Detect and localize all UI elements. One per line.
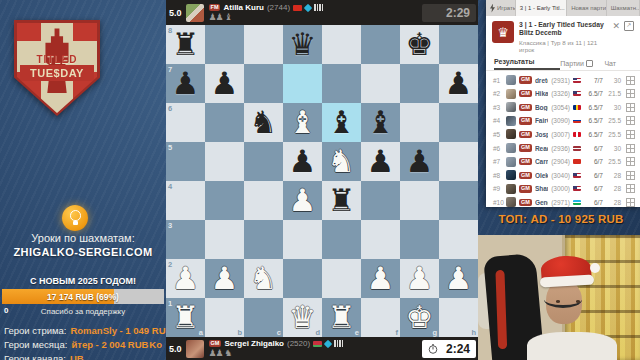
top-player-name[interactable]: Atilla Kuru: [223, 4, 263, 12]
rank-label-3: 3: [168, 222, 172, 230]
square-d5[interactable]: ♟: [283, 142, 322, 181]
heroes-month-label: Герои месяца:: [4, 339, 67, 350]
chess-board[interactable]: 8♜♛♚7♟♟♟6♞♝♝♝5♟♞♟♟4♟♜32♟♟♞♟♟♟1a♜bcd♛e♜fg…: [166, 25, 478, 337]
heroes-month-value: йтер - 2 004 RUB: [71, 339, 148, 350]
bottom-player-captured-pieces: ♟♟ ♞: [209, 349, 344, 358]
player-rating: (2931): [551, 77, 570, 84]
event-subtitle: Классика | Тур 8 из 11 | 121 игрок: [519, 39, 607, 53]
player-tiebreak: 28: [606, 185, 621, 192]
square-a6[interactable]: 6: [166, 103, 205, 142]
tournament-crown-icon: ♛: [492, 21, 514, 43]
player-avatar: [506, 102, 516, 112]
black-knight-c6[interactable]: ♞: [250, 107, 278, 138]
standings-rank: #1: [493, 77, 503, 84]
player-username[interactable]: Carnivoras: [535, 158, 548, 165]
square-a4[interactable]: 4: [166, 181, 205, 220]
watch-game-icon[interactable]: [626, 144, 635, 153]
square-h5[interactable]: [439, 142, 478, 181]
black-king-g8[interactable]: ♚: [406, 29, 434, 60]
watch-game-icon[interactable]: [626, 130, 635, 139]
square-e8[interactable]: [322, 25, 361, 64]
square-f2[interactable]: ♟: [361, 259, 400, 298]
square-h8[interactable]: [439, 25, 478, 64]
tab-results[interactable]: Результаты: [494, 58, 560, 70]
heroes-month-extra: Ko: [149, 339, 162, 350]
square-g1[interactable]: g♚: [400, 298, 439, 337]
standings-row-Jospem[interactable]: #5GMJospem(3007)6.5/725.5: [486, 128, 640, 142]
player-rating: (2904): [551, 158, 570, 165]
heroes-stream-value: RomanSly - 1 049 RUB: [70, 325, 172, 336]
square-e2[interactable]: [322, 259, 361, 298]
white-pawn-a2[interactable]: ♟: [172, 263, 200, 294]
square-b4[interactable]: [205, 181, 244, 220]
player-score: 6.5/7: [587, 131, 603, 138]
square-g5[interactable]: ♟: [400, 142, 439, 181]
tab-event-active[interactable]: 3 | 1 - Early Titl...×: [516, 0, 567, 16]
player-avatar: [506, 89, 516, 99]
player-avatar: [506, 129, 516, 139]
player-username[interactable]: Oleksandr_Bortnyk: [535, 172, 548, 179]
standings-row-Carnivoras[interactable]: #7GMCarnivoras(2904)6/725.5: [486, 155, 640, 169]
event-tabs: Результаты Партии Чат: [486, 56, 640, 71]
standings-row-Hikaru[interactable]: #2GMHikaru(3326)6.5/721.5: [486, 87, 640, 101]
watch-game-icon[interactable]: [626, 198, 635, 207]
goal-thanks-text: Спасибо за поддержку: [0, 307, 166, 316]
tournament-sidebar-panel: Играть 3 | 1 - Early Titl...× Новая парт…: [486, 0, 640, 207]
square-a5[interactable]: 5: [166, 142, 205, 181]
top-player-rating: (2744): [267, 4, 290, 12]
player-avatar: [506, 170, 516, 180]
streak-bars-icon: [314, 4, 323, 11]
square-f6[interactable]: ♝: [361, 103, 400, 142]
standings-rank: #9: [493, 185, 503, 192]
bottom-player-bar: 5.0 GM Sergei Zhigalko (2520) ♟♟ ♞ 2:24: [166, 337, 478, 360]
square-g2[interactable]: ♟: [400, 259, 439, 298]
black-rook-e4[interactable]: ♜: [328, 185, 356, 216]
player-score: 6/7: [587, 158, 603, 165]
rank-label-8: 8: [168, 27, 172, 35]
player-flag-icon: [573, 132, 581, 137]
white-knight-e5[interactable]: ♞: [328, 146, 356, 177]
square-d3[interactable]: [283, 220, 322, 259]
square-f5[interactable]: ♟: [361, 142, 400, 181]
top-player-score: 5.0: [169, 8, 182, 18]
file-label-g: g: [432, 329, 437, 337]
standings-rank: #4: [493, 117, 503, 124]
player-tiebreak: 28: [606, 199, 621, 206]
rank-label-2: 2: [168, 261, 172, 269]
standings-rank: #8: [493, 172, 503, 179]
heroes-stream-line: Герои стрима:RomanSly - 1 049 RUB: [4, 325, 176, 336]
black-pawn-b7[interactable]: ♟: [211, 68, 239, 99]
player-score: 6/7: [587, 199, 603, 206]
square-b3[interactable]: [205, 220, 244, 259]
square-c3[interactable]: [244, 220, 283, 259]
black-bishop-e6[interactable]: ♝: [328, 107, 356, 138]
logo-text-titled: TITLED: [17, 54, 97, 65]
square-f4[interactable]: [361, 181, 400, 220]
coin-lamp-icon: [62, 205, 88, 231]
white-pawn-h2[interactable]: ♟: [445, 263, 473, 294]
square-f8[interactable]: [361, 25, 400, 64]
gm-title-badge: GM: [519, 144, 532, 152]
heroes-channel-line: Герои канала:UB: [4, 353, 176, 360]
square-g8[interactable]: ♚: [400, 25, 439, 64]
player-rating: (3326): [551, 90, 570, 97]
player-tiebreak: 30: [606, 77, 621, 84]
player-avatar: [506, 75, 516, 85]
player-rating: (2971): [551, 199, 570, 206]
lessons-site-url: ZHIGALKO-SERGEI.COM: [0, 246, 166, 258]
player-tiebreak: 30: [606, 145, 621, 152]
titled-tuesday-logo: TITLED TUE$DAY: [14, 20, 100, 116]
rank-label-6: 6: [168, 105, 172, 113]
diamond-membership-icon: [304, 3, 312, 11]
white-bishop-d6[interactable]: ♝: [289, 107, 317, 138]
tab-chat[interactable]: Чат: [604, 60, 616, 70]
black-pawn-d5[interactable]: ♟: [289, 146, 317, 177]
square-e7[interactable]: [322, 64, 361, 103]
standings-row-Shankland[interactable]: #9GMShankland(3000)6/728: [486, 182, 640, 196]
heroes-month-line: Герои месяца:йтер - 2 004 RUBKo: [4, 339, 176, 350]
square-f3[interactable]: [361, 220, 400, 259]
white-king-g1[interactable]: ♚: [406, 302, 434, 333]
external-link-icon: [586, 60, 593, 67]
player-flag-icon: [573, 173, 581, 178]
top-player-avatar[interactable]: [186, 4, 204, 22]
standings-rank: #3: [493, 104, 503, 111]
player-flag-icon: [573, 78, 581, 83]
square-d2[interactable]: [283, 259, 322, 298]
player-score: 6.5/7: [587, 104, 603, 111]
top-player-bar: 5.0 FM Atilla Kuru (2744) ♟♟ ♝ 2:29: [166, 0, 478, 25]
santa-hat-pom: [590, 263, 600, 273]
black-pawn-h7[interactable]: ♟: [445, 68, 473, 99]
square-b1[interactable]: b: [205, 298, 244, 337]
player-username[interactable]: BogdanDeac: [535, 104, 548, 111]
square-d6[interactable]: ♝: [283, 103, 322, 142]
donation-progress-text: 17 174 RUB (69%): [2, 289, 164, 304]
player-flag-icon: [573, 186, 581, 191]
player-tiebreak: 30: [606, 104, 621, 111]
player-avatar: [506, 143, 516, 153]
player-score: 6/7: [587, 172, 603, 179]
bottom-player-score: 5.0: [169, 344, 182, 354]
tab-chess-more[interactable]: Шахматн...: [607, 0, 640, 16]
watch-game-icon[interactable]: [626, 171, 635, 180]
square-c7[interactable]: [244, 64, 283, 103]
player-avatar: [506, 184, 516, 194]
top-donor-banner: ТОП: AD - 10 925 RUB: [482, 213, 640, 225]
heroes-channel-label: Герои канала:: [4, 353, 66, 360]
bottom-player-rating: (2520): [287, 340, 310, 348]
tab-games[interactable]: Партии: [560, 60, 604, 70]
sidebar-tab-strip: Играть 3 | 1 - Early Titl...× Новая парт…: [486, 0, 640, 16]
black-queen-d8[interactable]: ♛: [289, 29, 317, 60]
donation-goal-title: С НОВЫМ 2025 ГОДОМ!: [0, 276, 166, 286]
player-rating: (3040): [551, 172, 570, 179]
player-tiebreak: 28: [606, 172, 621, 179]
bottom-player-title-badge: GM: [209, 340, 222, 348]
square-b7[interactable]: ♟: [205, 64, 244, 103]
watch-game-icon[interactable]: [626, 103, 635, 112]
rank-label-7: 7: [168, 66, 172, 74]
player-username[interactable]: Hikaru: [535, 90, 548, 97]
black-pawn-a7[interactable]: ♟: [172, 68, 200, 99]
square-e6[interactable]: ♝: [322, 103, 361, 142]
bottom-player-clock-active: 2:24: [422, 340, 476, 358]
player-avatar: [506, 157, 516, 167]
gm-title-badge: GM: [519, 172, 532, 180]
square-h4[interactable]: [439, 181, 478, 220]
diamond-membership-icon: [324, 339, 332, 347]
belarus-flag-icon: [313, 341, 322, 347]
logo-text-tuesday: TUE$DAY: [17, 67, 97, 79]
top-player-captured-pieces: ♟♟ ♝: [209, 13, 324, 22]
square-g7[interactable]: [400, 64, 439, 103]
file-label-f: f: [396, 329, 399, 337]
standings-row-FairChess_on_YouTube[interactable]: #4GMFairChess_on_YouTube(3090)6.5/725.5: [486, 114, 640, 128]
heroes-channel-value: UB: [70, 353, 84, 360]
standings-rank: #2: [493, 90, 503, 97]
gm-title-badge: GM: [519, 185, 532, 193]
square-f7[interactable]: [361, 64, 400, 103]
square-a1[interactable]: 1a♜: [166, 298, 205, 337]
watch-game-icon[interactable]: [626, 157, 635, 166]
player-score: 7/7: [587, 77, 603, 84]
standings-row-BogdanDeac[interactable]: #3GMBogdanDeac(3054)6.5/730: [486, 101, 640, 115]
square-d8[interactable]: ♛: [283, 25, 322, 64]
player-tiebreak: 25.5: [606, 158, 621, 165]
standings-rank: #5: [493, 131, 503, 138]
bottom-player-name[interactable]: Sergei Zhigalko: [224, 340, 284, 348]
file-label-a: a: [199, 329, 203, 337]
player-rating: (3090): [551, 117, 570, 124]
webcam-feed: [478, 235, 640, 360]
player-username[interactable]: Shankland: [535, 185, 548, 192]
tab-games-label: Партии: [560, 60, 584, 67]
player-tiebreak: 25.5: [606, 117, 621, 124]
turkey-flag-icon: [293, 5, 302, 11]
streak-bars-icon: [334, 340, 343, 347]
square-a7[interactable]: 7♟: [166, 64, 205, 103]
player-score: 6/7: [587, 185, 603, 192]
watch-game-icon[interactable]: [626, 116, 635, 125]
player-flag-icon: [573, 91, 581, 96]
square-b2[interactable]: ♟: [205, 259, 244, 298]
player-rating: (3000): [551, 185, 570, 192]
square-e4[interactable]: ♜: [322, 181, 361, 220]
gm-title-badge: GM: [519, 90, 532, 98]
black-rook-a8[interactable]: ♜: [172, 29, 200, 60]
player-score: 6/7: [587, 145, 603, 152]
standings-row-ReadySkate[interactable]: #6GMReadySkate(2936)6/730: [486, 141, 640, 155]
file-label-c: c: [277, 329, 281, 337]
lightning-icon: [490, 4, 495, 13]
gm-title-badge: GM: [519, 104, 532, 112]
square-d1[interactable]: d♛: [283, 298, 322, 337]
player-score: 6.5/7: [587, 90, 603, 97]
gm-title-badge: GM: [519, 199, 532, 207]
black-pawn-g5[interactable]: ♟: [406, 146, 434, 177]
standings-list: #1GMdretch(2931)7/730#2GMHikaru(3326)6.5…: [486, 71, 640, 207]
square-h7[interactable]: ♟: [439, 64, 478, 103]
standings-row-Genghis_K[interactable]: #10GMGenghis_K(2971)6/728: [486, 196, 640, 207]
stream-stage: TITLED TUE$DAY Уроки по шахматам: ZHIGAL…: [0, 0, 640, 360]
square-g3[interactable]: [400, 220, 439, 259]
player-username[interactable]: Genghis_K: [535, 199, 548, 206]
tab-play-label: Играть: [497, 5, 516, 11]
square-c1[interactable]: c: [244, 298, 283, 337]
square-e5[interactable]: ♞: [322, 142, 361, 181]
player-username[interactable]: FairChess_on_YouTube: [535, 117, 548, 124]
player-username[interactable]: ReadySkate: [535, 145, 548, 152]
player-username[interactable]: Jospem: [535, 131, 548, 138]
square-c6[interactable]: ♞: [244, 103, 283, 142]
square-f1[interactable]: f: [361, 298, 400, 337]
player-flag-icon: [573, 159, 581, 164]
player-avatar: [506, 116, 516, 126]
event-title: 3 | 1 - Early Titled Tuesday Blitz Decem…: [519, 21, 607, 37]
player-flag-icon: [573, 105, 581, 110]
square-d7[interactable]: [283, 64, 322, 103]
player-score: 6.5/7: [587, 117, 603, 124]
rank-label-5: 5: [168, 144, 172, 152]
black-pawn-f5[interactable]: ♟: [367, 146, 395, 177]
square-h6[interactable]: [439, 103, 478, 142]
standings-row-dretch[interactable]: #1GMdretch(2931)7/730: [486, 73, 640, 87]
player-rating: (3054): [551, 104, 570, 111]
streamer-body: [527, 332, 618, 360]
watch-game-icon[interactable]: [626, 184, 635, 193]
white-queen-d1[interactable]: ♛: [289, 302, 317, 333]
white-pawn-f2[interactable]: ♟: [367, 263, 395, 294]
close-panel-icon[interactable]: ✕: [612, 22, 620, 31]
standings-rank: #6: [493, 145, 503, 152]
watch-game-icon[interactable]: [626, 76, 635, 85]
watch-game-icon[interactable]: [626, 89, 635, 98]
share-icon[interactable]: ↗: [624, 21, 634, 31]
white-pawn-g2[interactable]: ♟: [406, 263, 434, 294]
file-label-b: b: [237, 329, 242, 337]
file-label-d: d: [315, 329, 320, 337]
square-c5[interactable]: [244, 142, 283, 181]
player-flag-icon: [573, 118, 581, 123]
square-e1[interactable]: e♜: [322, 298, 361, 337]
player-rating: (3007): [551, 131, 570, 138]
bottom-player-clock-time: 2:24: [446, 342, 470, 356]
gm-title-badge: GM: [519, 131, 532, 139]
white-pawn-d4[interactable]: ♟: [289, 185, 317, 216]
player-flag-icon: [573, 146, 581, 151]
player-flag-icon: [573, 200, 581, 205]
square-c4[interactable]: [244, 181, 283, 220]
gm-title-badge: GM: [519, 158, 532, 166]
square-b5[interactable]: [205, 142, 244, 181]
top-player-clock: 2:29: [422, 4, 476, 22]
tab-new-game-label: Новая партия: [571, 5, 607, 11]
square-c2[interactable]: ♞: [244, 259, 283, 298]
top-player-title-badge: FM: [209, 4, 221, 12]
player-tiebreak: 25.5: [606, 131, 621, 138]
standings-row-Oleksandr_Bortnyk[interactable]: #8GMOleksandr_Bortnyk(3040)6/728: [486, 168, 640, 182]
player-rating: (2936): [551, 145, 570, 152]
streamer-eyes: [556, 300, 580, 303]
square-a2[interactable]: 2♟: [166, 259, 205, 298]
file-label-e: e: [355, 329, 359, 337]
tab-event-label: 3 | 1 - Early Titl...: [520, 5, 565, 11]
file-label-h: h: [471, 329, 476, 337]
stopwatch-icon: [428, 344, 438, 354]
square-a3[interactable]: 3: [166, 220, 205, 259]
standings-rank: #10: [493, 199, 503, 206]
square-e3[interactable]: [322, 220, 361, 259]
white-pawn-b2[interactable]: ♟: [211, 263, 239, 294]
bottom-player-avatar[interactable]: [186, 340, 204, 358]
heroes-stream-label: Герои стрима:: [4, 325, 66, 336]
tab-chess-more-label: Шахматн...: [611, 5, 640, 11]
rank-label-4: 4: [168, 183, 172, 191]
square-b8[interactable]: [205, 25, 244, 64]
square-c8[interactable]: [244, 25, 283, 64]
donation-progress-bar: 17 174 RUB (69%): [2, 289, 164, 304]
rank-label-1: 1: [168, 300, 172, 308]
square-g4[interactable]: [400, 181, 439, 220]
white-knight-c2[interactable]: ♞: [250, 263, 278, 294]
square-d4[interactable]: ♟: [283, 181, 322, 220]
player-avatar: [506, 197, 516, 207]
square-a8[interactable]: 8♜: [166, 25, 205, 64]
tab-new-game[interactable]: Новая партия: [567, 0, 607, 16]
shield-inner: TITLED TUE$DAY: [17, 23, 97, 113]
square-b6[interactable]: [205, 103, 244, 142]
white-rook-e1[interactable]: ♜: [328, 302, 356, 333]
player-username[interactable]: dretch: [535, 77, 548, 84]
gm-title-badge: GM: [519, 76, 532, 84]
square-h1[interactable]: h: [439, 298, 478, 337]
white-rook-a1[interactable]: ♜: [172, 302, 200, 333]
square-h2[interactable]: ♟: [439, 259, 478, 298]
square-h3[interactable]: [439, 220, 478, 259]
gm-title-badge: GM: [519, 117, 532, 125]
standings-rank: #7: [493, 158, 503, 165]
event-header: ♛ 3 | 1 - Early Titled Tuesday Blitz Dec…: [486, 16, 640, 56]
tab-play[interactable]: Играть: [486, 0, 516, 16]
black-bishop-f6[interactable]: ♝: [367, 107, 395, 138]
square-g6[interactable]: [400, 103, 439, 142]
player-tiebreak: 21.5: [606, 90, 621, 97]
lessons-label: Уроки по шахматам:: [0, 232, 166, 244]
